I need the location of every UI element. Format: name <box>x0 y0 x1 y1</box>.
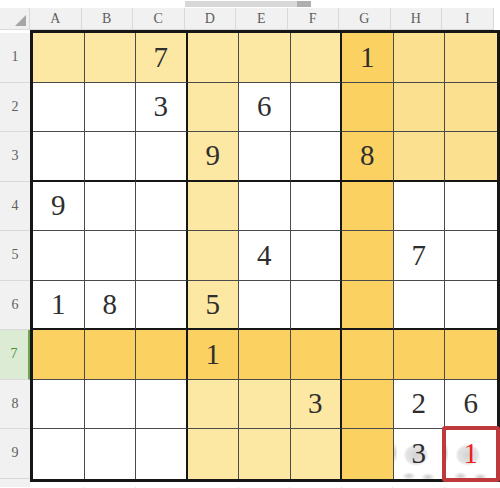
column-header-G[interactable]: G <box>339 8 391 30</box>
cell-H7[interactable] <box>394 330 446 380</box>
row-header-4[interactable]: 4 <box>0 182 30 232</box>
cell-G9[interactable] <box>342 429 394 479</box>
cell-I2[interactable] <box>445 83 497 133</box>
column-header-A[interactable]: A <box>30 8 82 30</box>
digit-A6: 1 <box>51 290 66 319</box>
cell-C1[interactable]: 7 <box>136 33 188 83</box>
cell-C3[interactable] <box>136 132 188 182</box>
digit-H9: 3 <box>412 439 427 468</box>
column-header-I[interactable]: I <box>442 8 494 30</box>
cell-G2[interactable] <box>342 83 394 133</box>
cell-I9[interactable]: 1 <box>445 429 497 479</box>
cell-H3[interactable] <box>394 132 446 182</box>
row-header-3[interactable]: 3 <box>0 132 30 182</box>
digit-B6: 8 <box>103 290 118 319</box>
cell-B2[interactable] <box>85 83 137 133</box>
column-header-F[interactable]: F <box>288 8 340 30</box>
row-header-7[interactable]: 7 <box>0 330 30 380</box>
column-headers: ABCDEFGHI <box>30 8 494 30</box>
cell-G1[interactable]: 1 <box>342 33 394 83</box>
column-header-B[interactable]: B <box>82 8 134 30</box>
cell-F2[interactable] <box>291 83 343 133</box>
cell-E6[interactable] <box>239 281 291 331</box>
select-all-triangle-icon <box>15 15 26 26</box>
cell-D2[interactable] <box>188 83 240 133</box>
cell-B6[interactable]: 8 <box>85 281 137 331</box>
digit-I8: 6 <box>464 389 479 418</box>
cell-E5[interactable]: 4 <box>239 231 291 281</box>
cell-C5[interactable] <box>136 231 188 281</box>
column-header-E[interactable]: E <box>236 8 288 30</box>
cell-E2[interactable]: 6 <box>239 83 291 133</box>
cell-D5[interactable] <box>188 231 240 281</box>
cell-A7[interactable] <box>33 330 85 380</box>
cell-C9[interactable] <box>136 429 188 479</box>
cell-A6[interactable]: 1 <box>33 281 85 331</box>
cell-H9[interactable]: 3 <box>394 429 446 479</box>
cell-G7[interactable] <box>342 330 394 380</box>
cell-H4[interactable] <box>394 182 446 232</box>
digit-D6: 5 <box>206 290 221 319</box>
cell-A1[interactable] <box>33 33 85 83</box>
sheet-body: 123456789 713698947185132631 <box>0 30 500 487</box>
row-header-8[interactable]: 8 <box>0 380 30 430</box>
cell-H6[interactable] <box>394 281 446 331</box>
cell-F5[interactable] <box>291 231 343 281</box>
cell-A4[interactable]: 9 <box>33 182 85 232</box>
digit-E5: 4 <box>257 241 272 270</box>
cell-D4[interactable] <box>188 182 240 232</box>
digit-D7: 1 <box>206 340 221 369</box>
cell-G8[interactable] <box>342 380 394 430</box>
select-all-corner[interactable] <box>0 8 30 30</box>
cell-D9[interactable] <box>188 429 240 479</box>
digit-G3: 8 <box>360 141 375 170</box>
cell-E4[interactable] <box>239 182 291 232</box>
cell-A8[interactable] <box>33 380 85 430</box>
cell-D7[interactable]: 1 <box>188 330 240 380</box>
row-header-6[interactable]: 6 <box>0 281 30 331</box>
cell-B1[interactable] <box>85 33 137 83</box>
cell-I1[interactable] <box>445 33 497 83</box>
row-header-2[interactable]: 2 <box>0 83 30 133</box>
cell-D6[interactable]: 5 <box>188 281 240 331</box>
cell-H8[interactable]: 2 <box>394 380 446 430</box>
cell-G5[interactable] <box>342 231 394 281</box>
cell-B7[interactable] <box>85 330 137 380</box>
cell-C2[interactable]: 3 <box>136 83 188 133</box>
cell-F7[interactable] <box>291 330 343 380</box>
cell-G3[interactable]: 8 <box>342 132 394 182</box>
digit-F8: 3 <box>308 389 323 418</box>
cell-C4[interactable] <box>136 182 188 232</box>
row-headers: 123456789 <box>0 30 30 487</box>
row-header-5[interactable]: 5 <box>0 231 30 281</box>
digit-C2: 3 <box>154 92 169 121</box>
cell-A2[interactable] <box>33 83 85 133</box>
cell-B3[interactable] <box>85 132 137 182</box>
cell-F6[interactable] <box>291 281 343 331</box>
cell-E1[interactable] <box>239 33 291 83</box>
cell-G4[interactable] <box>342 182 394 232</box>
cell-E3[interactable] <box>239 132 291 182</box>
cell-E7[interactable] <box>239 330 291 380</box>
cell-I7[interactable] <box>445 330 497 380</box>
cell-D8[interactable] <box>188 380 240 430</box>
cell-I6[interactable] <box>445 281 497 331</box>
cell-D3[interactable]: 9 <box>188 132 240 182</box>
top-scroll-strip <box>0 0 500 8</box>
cell-H1[interactable] <box>394 33 446 83</box>
cell-F3[interactable] <box>291 132 343 182</box>
cell-C8[interactable] <box>136 380 188 430</box>
row-header-1[interactable]: 1 <box>0 33 30 83</box>
cell-D1[interactable] <box>188 33 240 83</box>
column-header-bar: ABCDEFGHI <box>0 8 500 30</box>
cell-C7[interactable] <box>136 330 188 380</box>
cell-G6[interactable] <box>342 281 394 331</box>
digit-D3: 9 <box>206 141 221 170</box>
cell-A3[interactable] <box>33 132 85 182</box>
column-header-C[interactable]: C <box>133 8 185 30</box>
cell-I5[interactable] <box>445 231 497 281</box>
column-header-H[interactable]: H <box>391 8 443 30</box>
cell-F1[interactable] <box>291 33 343 83</box>
scrollbar-thumb-end[interactable] <box>297 1 311 7</box>
scrollbar-thumb[interactable] <box>185 1 297 7</box>
digit-E2: 6 <box>257 92 272 121</box>
cell-F8[interactable]: 3 <box>291 380 343 430</box>
digit-H8: 2 <box>412 389 427 418</box>
cell-A5[interactable] <box>33 231 85 281</box>
digit-A4: 9 <box>51 191 66 220</box>
cell-B5[interactable] <box>85 231 137 281</box>
row-header-9[interactable]: 9 <box>0 429 30 479</box>
cell-I4[interactable] <box>445 182 497 232</box>
cell-A9[interactable] <box>33 429 85 479</box>
digit-H5: 7 <box>412 241 427 270</box>
cell-F9[interactable] <box>291 429 343 479</box>
cell-I3[interactable] <box>445 132 497 182</box>
sudoku-grid: 713698947185132631 <box>30 30 500 482</box>
cell-H5[interactable]: 7 <box>394 231 446 281</box>
cell-B9[interactable] <box>85 429 137 479</box>
cell-C6[interactable] <box>136 281 188 331</box>
digit-G1: 1 <box>360 43 375 72</box>
column-header-D[interactable]: D <box>185 8 237 30</box>
cell-B8[interactable] <box>85 380 137 430</box>
spreadsheet-sudoku-app: ABCDEFGHI 123456789 713698947185132631 <box>0 0 500 488</box>
digit-I9: 1 <box>464 439 479 468</box>
cell-E9[interactable] <box>239 429 291 479</box>
cell-F4[interactable] <box>291 182 343 232</box>
digit-C1: 7 <box>154 43 169 72</box>
cell-B4[interactable] <box>85 182 137 232</box>
cell-E8[interactable] <box>239 380 291 430</box>
cell-I8[interactable]: 6 <box>445 380 497 430</box>
cell-H2[interactable] <box>394 83 446 133</box>
